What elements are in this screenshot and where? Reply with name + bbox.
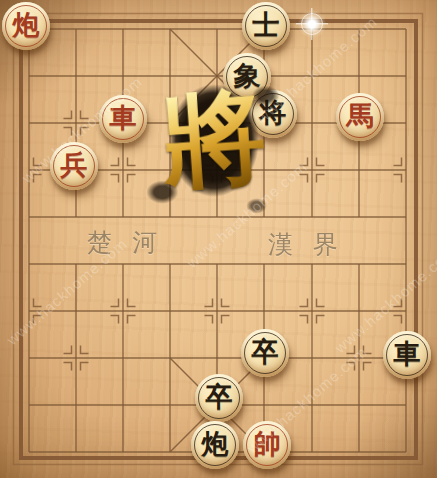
piece-red-horse[interactable]: 馬	[336, 93, 384, 141]
piece-character: 炮	[13, 12, 40, 39]
piece-character: 車	[110, 105, 137, 132]
piece-character: 卒	[252, 339, 279, 366]
piece-character: 象	[234, 63, 261, 90]
piece-red-general[interactable]: 帥	[243, 421, 291, 469]
piece-red-soldier[interactable]: 兵	[50, 142, 98, 190]
piece-black-soldier-1[interactable]: 卒	[241, 329, 289, 377]
river-label-right: 漢界	[268, 232, 358, 257]
river-label-left: 楚河	[87, 230, 177, 255]
piece-red-cannon[interactable]: 炮	[2, 2, 50, 50]
piece-black-cannon[interactable]: 炮	[191, 421, 239, 469]
piece-red-chariot[interactable]: 車	[99, 95, 147, 143]
xiangqi-board-screen: 楚河 漢界 炮士将象車馬兵卒車卒炮帥 將 www.hackhome.comwww…	[0, 0, 437, 478]
piece-character: 士	[253, 12, 280, 39]
piece-black-elephant[interactable]: 象	[223, 53, 271, 101]
piece-character: 兵	[61, 152, 88, 179]
piece-character: 帥	[254, 431, 281, 458]
piece-black-soldier-2[interactable]: 卒	[195, 374, 243, 422]
piece-character: 馬	[347, 103, 374, 130]
piece-character: 卒	[206, 384, 233, 411]
piece-character: 炮	[202, 431, 229, 458]
piece-character: 車	[394, 341, 421, 368]
piece-black-advisor[interactable]: 士	[242, 2, 290, 50]
piece-black-chariot[interactable]: 車	[383, 331, 431, 379]
piece-character: 将	[260, 100, 287, 127]
